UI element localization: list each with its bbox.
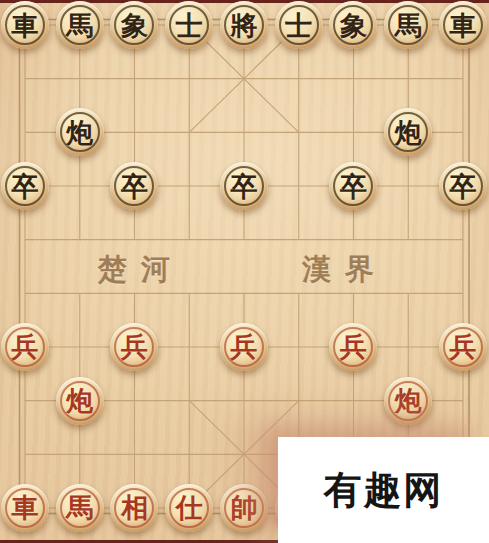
piece-black-cannon[interactable]: 炮 [56,108,104,156]
piece-glyph: 象 [121,12,148,39]
piece-glyph: 兵 [230,333,257,360]
piece-glyph: 馬 [66,12,93,39]
piece-glyph: 兵 [449,333,476,360]
piece-glyph: 兵 [121,333,148,360]
piece-black-soldier[interactable]: 卒 [110,162,158,210]
piece-red-horse[interactable]: 馬 [56,484,104,532]
piece-red-elephant[interactable]: 相 [110,484,158,532]
piece-black-soldier[interactable]: 卒 [1,162,49,210]
piece-glyph: 相 [121,494,148,521]
piece-black-chariot[interactable]: 車 [1,1,49,49]
piece-glyph: 炮 [66,119,93,146]
piece-black-advisor[interactable]: 士 [165,1,213,49]
piece-glyph: 炮 [66,387,93,414]
piece-glyph: 卒 [340,173,367,200]
piece-glyph: 兵 [340,333,367,360]
piece-black-elephant[interactable]: 象 [329,1,377,49]
piece-glyph: 卒 [449,173,476,200]
piece-red-soldier[interactable]: 兵 [329,323,377,371]
piece-red-advisor[interactable]: 仕 [165,484,213,532]
watermark: 有趣网 [278,437,489,543]
piece-red-chariot[interactable]: 車 [1,484,49,532]
piece-black-soldier[interactable]: 卒 [220,162,268,210]
piece-glyph: 士 [285,12,312,39]
piece-black-soldier[interactable]: 卒 [329,162,377,210]
xiangqi-board: 楚河 漢界 車馬象士將士象馬車炮炮卒卒卒卒卒兵兵兵兵兵炮炮車馬相仕帥仕相馬車 有… [0,0,489,543]
piece-black-general[interactable]: 將 [220,1,268,49]
piece-glyph: 卒 [230,173,257,200]
piece-black-cannon[interactable]: 炮 [384,108,432,156]
piece-glyph: 仕 [176,494,203,521]
piece-glyph: 車 [11,494,38,521]
piece-glyph: 卒 [121,173,148,200]
piece-glyph: 車 [11,12,38,39]
piece-black-soldier[interactable]: 卒 [439,162,487,210]
piece-black-chariot[interactable]: 車 [439,1,487,49]
piece-glyph: 士 [176,12,203,39]
piece-red-cannon[interactable]: 炮 [56,377,104,425]
piece-glyph: 車 [449,12,476,39]
piece-black-advisor[interactable]: 士 [275,1,323,49]
piece-red-soldier[interactable]: 兵 [110,323,158,371]
piece-glyph: 帥 [230,494,257,521]
piece-red-soldier[interactable]: 兵 [1,323,49,371]
piece-red-cannon[interactable]: 炮 [384,377,432,425]
piece-glyph: 炮 [395,387,422,414]
piece-glyph: 卒 [11,173,38,200]
piece-red-soldier[interactable]: 兵 [220,323,268,371]
piece-black-horse[interactable]: 馬 [384,1,432,49]
piece-red-soldier[interactable]: 兵 [439,323,487,371]
piece-glyph: 炮 [395,119,422,146]
piece-glyph: 象 [340,12,367,39]
watermark-text: 有趣网 [324,465,444,516]
piece-glyph: 馬 [395,12,422,39]
piece-black-horse[interactable]: 馬 [56,1,104,49]
piece-glyph: 將 [230,12,257,39]
piece-red-general[interactable]: 帥 [220,484,268,532]
piece-black-elephant[interactable]: 象 [110,1,158,49]
piece-glyph: 馬 [66,494,93,521]
piece-glyph: 兵 [11,333,38,360]
